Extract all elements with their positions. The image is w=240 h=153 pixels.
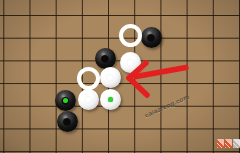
white-stone-glyph: ○ bbox=[83, 89, 94, 110]
white-circle-marker bbox=[119, 24, 142, 47]
black-stone: ● bbox=[57, 111, 78, 132]
black-stone: ● bbox=[55, 90, 76, 111]
black-stone: ● bbox=[141, 27, 162, 48]
white-stone: ○ bbox=[120, 52, 141, 73]
white-stone-glyph: ○ bbox=[105, 67, 116, 88]
white-circle-marker bbox=[77, 67, 100, 90]
last-move-green-dot bbox=[63, 98, 68, 103]
white-stone-glyph: ○ bbox=[125, 52, 136, 73]
white-stone: ○ bbox=[100, 67, 121, 88]
last-move-green-dot bbox=[108, 97, 113, 102]
logo-block-3 bbox=[233, 139, 240, 148]
black-stone-glyph: ● bbox=[146, 27, 157, 48]
white-stone: ○ bbox=[78, 89, 99, 110]
logo-badge bbox=[217, 139, 240, 148]
black-stone-glyph: ● bbox=[62, 111, 73, 132]
logo-block-2 bbox=[225, 139, 232, 148]
white-stone: ○ bbox=[100, 89, 121, 110]
go-board-screenshot: ●●○○●○○● caiazreng.com bbox=[0, 0, 240, 153]
logo-block-1 bbox=[217, 139, 224, 148]
